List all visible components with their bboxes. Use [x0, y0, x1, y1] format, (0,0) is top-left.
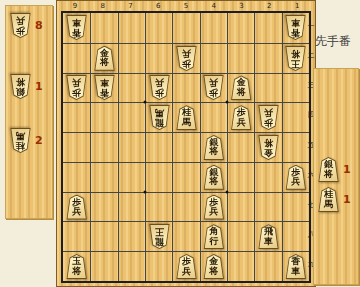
hoshi-point: [226, 101, 229, 104]
board-square-4-2[interactable]: [200, 43, 227, 73]
koma-face: 金将: [232, 76, 251, 99]
hand-count: 2: [35, 135, 43, 147]
board-square-1-5[interactable]: [282, 132, 309, 162]
koma-outline: 金将: [94, 46, 115, 71]
board-square-2-4[interactable]: 歩兵: [254, 102, 281, 132]
koma-face: 歩兵: [177, 255, 196, 278]
board-square-3-7[interactable]: [227, 192, 254, 222]
hand-count: 8: [35, 20, 43, 32]
koma-outline: 歩兵: [203, 195, 224, 220]
koma-kanji: 銀: [16, 87, 25, 97]
koma-gote[interactable]: 金将: [258, 135, 279, 160]
file-label-5: 5: [172, 1, 200, 11]
file-label-3: 3: [228, 1, 256, 11]
board-square-5-2[interactable]: 歩兵: [172, 43, 199, 73]
koma-gote[interactable]: 歩兵: [10, 13, 31, 38]
koma-gote[interactable]: 歩兵: [203, 75, 224, 100]
koma-face: 金将: [204, 255, 223, 278]
koma-sente[interactable]: 銀将: [203, 165, 224, 190]
koma-sente[interactable]: 歩兵: [66, 195, 87, 220]
board-square-7-3[interactable]: [118, 73, 145, 103]
koma-outline: 歩兵: [176, 254, 197, 279]
koma-kanji: 車: [264, 237, 273, 247]
koma-sente[interactable]: 金将: [94, 46, 115, 71]
koma-outline: 香車: [94, 75, 115, 100]
koma-face: 桂馬: [319, 188, 338, 211]
gote-hand-2: 銀将1: [10, 74, 43, 99]
koma-kanji: 将: [16, 77, 25, 87]
koma-kanji: 将: [209, 147, 218, 157]
board-square-5-3[interactable]: [172, 73, 199, 103]
koma-outline: 歩兵: [149, 75, 170, 100]
board-square-6-9[interactable]: [145, 251, 172, 281]
board-square-1-8[interactable]: [282, 221, 309, 251]
koma-gote[interactable]: 龍馬: [149, 105, 170, 130]
koma-kanji: 龍: [155, 237, 164, 247]
koma-outline: 歩兵: [231, 105, 252, 130]
koma-outline: 銀将: [10, 74, 31, 99]
board-square-5-4[interactable]: 桂馬: [172, 102, 199, 132]
koma-kanji: 将: [72, 267, 81, 277]
koma-gote[interactable]: 香車: [66, 15, 87, 40]
board-square-3-2[interactable]: [227, 43, 254, 73]
board-square-5-1[interactable]: [172, 13, 199, 43]
board-square-8-2[interactable]: 金将: [90, 43, 117, 73]
koma-kanji: 車: [100, 78, 109, 88]
koma-gote[interactable]: 歩兵: [258, 105, 279, 130]
koma-kanji: 香: [291, 28, 300, 38]
board-square-5-9[interactable]: 歩兵: [172, 251, 199, 281]
koma-kanji: 歩: [209, 88, 218, 98]
board-square-8-3[interactable]: 香車: [90, 73, 117, 103]
koma-kanji: 馬: [155, 108, 164, 118]
hoshi-point: [144, 101, 147, 104]
koma-sente[interactable]: 飛車: [258, 224, 279, 249]
turn-indicator: 先手番: [315, 33, 360, 50]
koma-sente[interactable]: 桂馬: [318, 187, 339, 212]
koma-face: 龍馬: [150, 106, 169, 129]
koma-kanji: 行: [209, 237, 218, 247]
koma-kanji: 歩: [155, 88, 164, 98]
board-square-3-8[interactable]: [227, 221, 254, 251]
koma-kanji: 兵: [155, 78, 164, 88]
koma-sente[interactable]: 角行: [203, 224, 224, 249]
board-square-3-4[interactable]: 歩兵: [227, 102, 254, 132]
board-square-5-6[interactable]: [172, 162, 199, 192]
board-square-1-3[interactable]: [282, 73, 309, 103]
koma-face: 龍王: [150, 225, 169, 248]
koma-kanji: 馬: [16, 131, 25, 141]
hand-count: 1: [343, 164, 351, 176]
board-square-9-8[interactable]: [63, 221, 90, 251]
board-square-5-7[interactable]: [172, 192, 199, 222]
koma-kanji: 馬: [324, 200, 333, 210]
koma-sente[interactable]: 銀将: [318, 157, 339, 182]
koma-face: 金将: [259, 136, 278, 159]
koma-kanji: 歩: [16, 26, 25, 36]
koma-outline: 銀将: [203, 165, 224, 190]
board-square-8-6[interactable]: [90, 162, 117, 192]
koma-face: 香車: [286, 255, 305, 278]
shogi-board: 987654321 香車香車金将歩兵王将歩兵香車歩兵歩兵金将龍馬桂馬歩兵歩兵銀将…: [56, 0, 316, 287]
board-square-7-1[interactable]: [118, 13, 145, 43]
koma-sente[interactable]: 歩兵: [176, 254, 197, 279]
koma-face: 歩兵: [67, 76, 86, 99]
koma-kanji: 兵: [16, 16, 25, 26]
koma-face: 歩兵: [11, 14, 30, 37]
board-square-9-4[interactable]: [63, 102, 90, 132]
board-square-4-7[interactable]: 歩兵: [200, 192, 227, 222]
koma-sente[interactable]: 桂馬: [176, 105, 197, 130]
koma-face: 角行: [204, 225, 223, 248]
board-square-3-9[interactable]: [227, 251, 254, 281]
koma-kanji: 兵: [72, 78, 81, 88]
koma-kanji: 車: [291, 267, 300, 277]
board-square-1-2[interactable]: 王将: [282, 43, 309, 73]
koma-kanji: 馬: [182, 118, 191, 128]
board-square-9-1[interactable]: 香車: [63, 13, 90, 43]
koma-outline: 歩兵: [203, 75, 224, 100]
koma-face: 玉将: [67, 255, 86, 278]
koma-kanji: 兵: [209, 78, 218, 88]
koma-face: 歩兵: [67, 196, 86, 219]
board-square-6-7[interactable]: [145, 192, 172, 222]
rank-label-2: 二: [307, 41, 315, 71]
koma-outline: 銀将: [203, 135, 224, 160]
koma-face: 銀将: [204, 166, 223, 189]
koma-outline: 金将: [203, 254, 224, 279]
board-square-1-9[interactable]: 香車: [282, 251, 309, 281]
board-square-6-8[interactable]: 龍王: [145, 221, 172, 251]
koma-outline: 桂馬: [318, 187, 339, 212]
board-square-2-8[interactable]: 飛車: [254, 221, 281, 251]
koma-kanji: 桂: [16, 141, 25, 151]
koma-outline: 銀将: [318, 157, 339, 182]
koma-outline: 角行: [203, 224, 224, 249]
koma-kanji: 兵: [72, 207, 81, 217]
board-square-6-5[interactable]: [145, 132, 172, 162]
board-square-4-9[interactable]: 金将: [200, 251, 227, 281]
koma-kanji: 兵: [264, 108, 273, 118]
koma-kanji: 将: [237, 88, 246, 98]
koma-gote[interactable]: 王将: [285, 46, 306, 71]
board-square-3-3[interactable]: 金将: [227, 73, 254, 103]
koma-kanji: 兵: [182, 267, 191, 277]
board-square-7-7[interactable]: [118, 192, 145, 222]
koma-face: 香車: [286, 16, 305, 39]
koma-outline: 王将: [285, 46, 306, 71]
koma-kanji: 兵: [209, 207, 218, 217]
koma-gote[interactable]: 歩兵: [176, 46, 197, 71]
file-label-9: 9: [61, 1, 89, 11]
koma-outline: 歩兵: [285, 165, 306, 190]
gote-hand-1: 歩兵8: [10, 13, 43, 38]
board-square-7-6[interactable]: [118, 162, 145, 192]
board-square-4-4[interactable]: [200, 102, 227, 132]
board-square-1-1[interactable]: 香車: [282, 13, 309, 43]
sente-captured-tray: 銀将1桂馬1: [313, 68, 359, 285]
board-square-7-2[interactable]: [118, 43, 145, 73]
koma-gote[interactable]: 銀将: [10, 74, 31, 99]
koma-face: 銀将: [204, 136, 223, 159]
board-square-4-5[interactable]: 銀将: [200, 132, 227, 162]
board-square-7-5[interactable]: [118, 132, 145, 162]
koma-kanji: 香: [100, 88, 109, 98]
koma-outline: 歩兵: [176, 46, 197, 71]
file-label-2: 2: [255, 1, 283, 11]
koma-face: 桂馬: [11, 129, 30, 152]
board-square-9-6[interactable]: [63, 162, 90, 192]
koma-sente[interactable]: 玉将: [66, 254, 87, 279]
board-square-4-1[interactable]: [200, 13, 227, 43]
koma-outline: 歩兵: [10, 13, 31, 38]
board-square-2-6[interactable]: [254, 162, 281, 192]
board-square-7-8[interactable]: [118, 221, 145, 251]
koma-kanji: 兵: [182, 49, 191, 59]
koma-sente[interactable]: 歩兵: [231, 105, 252, 130]
koma-outline: 飛車: [258, 224, 279, 249]
board-square-8-9[interactable]: [90, 251, 117, 281]
koma-outline: 香車: [285, 254, 306, 279]
board-square-2-3[interactable]: [254, 73, 281, 103]
koma-face: 王将: [286, 47, 305, 70]
board-square-8-1[interactable]: [90, 13, 117, 43]
koma-kanji: 兵: [291, 177, 300, 187]
koma-kanji: 王: [291, 58, 300, 68]
board-square-3-5[interactable]: [227, 132, 254, 162]
koma-face: 歩兵: [150, 76, 169, 99]
koma-kanji: 車: [291, 18, 300, 28]
board-square-9-3[interactable]: 歩兵: [63, 73, 90, 103]
board-square-4-8[interactable]: 角行: [200, 221, 227, 251]
koma-kanji: 車: [72, 18, 81, 28]
board-square-9-5[interactable]: [63, 132, 90, 162]
board-square-1-6[interactable]: 歩兵: [282, 162, 309, 192]
file-label-7: 7: [117, 1, 145, 11]
koma-face: 歩兵: [232, 106, 251, 129]
board-square-8-7[interactable]: [90, 192, 117, 222]
sente-hand-2: 桂馬1: [318, 187, 351, 212]
koma-kanji: 歩: [264, 118, 273, 128]
board-square-8-8[interactable]: [90, 221, 117, 251]
board-square-4-3[interactable]: 歩兵: [200, 73, 227, 103]
koma-outline: 金将: [231, 75, 252, 100]
board-grid: 香車香車金将歩兵王将歩兵香車歩兵歩兵金将龍馬桂馬歩兵歩兵銀将金将銀将歩兵歩兵歩兵…: [61, 11, 311, 283]
file-label-6: 6: [144, 1, 172, 11]
koma-outline: 香車: [285, 15, 306, 40]
koma-kanji: 歩: [182, 58, 191, 68]
file-label-1: 1: [283, 1, 311, 11]
file-label-4: 4: [200, 1, 228, 11]
board-square-9-2[interactable]: [63, 43, 90, 73]
koma-sente[interactable]: 金将: [203, 254, 224, 279]
board-square-2-2[interactable]: [254, 43, 281, 73]
board-square-3-1[interactable]: [227, 13, 254, 43]
gote-hand-3: 桂馬2: [10, 128, 43, 153]
board-square-2-7[interactable]: [254, 192, 281, 222]
koma-outline: 歩兵: [66, 195, 87, 220]
koma-kanji: 兵: [237, 118, 246, 128]
board-square-6-4[interactable]: 龍馬: [145, 102, 172, 132]
koma-kanji: 王: [155, 227, 164, 237]
koma-kanji: 歩: [72, 88, 81, 98]
koma-outline: 玉将: [66, 254, 87, 279]
koma-kanji: 金: [264, 147, 273, 157]
hoshi-point: [144, 190, 147, 193]
board-square-6-1[interactable]: [145, 13, 172, 43]
koma-face: 銀将: [11, 75, 30, 98]
koma-kanji: 将: [209, 267, 218, 277]
koma-face: 香車: [95, 76, 114, 99]
board-square-4-6[interactable]: 銀将: [200, 162, 227, 192]
koma-face: 香車: [67, 16, 86, 39]
board-square-5-5[interactable]: [172, 132, 199, 162]
board-square-2-5[interactable]: 金将: [254, 132, 281, 162]
board-square-1-7[interactable]: [282, 192, 309, 222]
koma-face: 歩兵: [204, 76, 223, 99]
hand-count: 1: [35, 81, 43, 93]
koma-face: 金将: [95, 47, 114, 70]
koma-kanji: 香: [72, 28, 81, 38]
file-number-labels: 987654321: [61, 1, 311, 11]
koma-kanji: 将: [209, 177, 218, 187]
koma-outline: 香車: [66, 15, 87, 40]
koma-gote[interactable]: 歩兵: [149, 75, 170, 100]
board-square-5-8[interactable]: [172, 221, 199, 251]
board-square-8-5[interactable]: [90, 132, 117, 162]
koma-gote[interactable]: 香車: [285, 15, 306, 40]
koma-kanji: 将: [291, 49, 300, 59]
koma-sente[interactable]: 香車: [285, 254, 306, 279]
board-square-9-7[interactable]: 歩兵: [63, 192, 90, 222]
koma-outline: 歩兵: [66, 75, 87, 100]
koma-face: 歩兵: [259, 106, 278, 129]
board-square-6-3[interactable]: 歩兵: [145, 73, 172, 103]
koma-gote[interactable]: 龍王: [149, 224, 170, 249]
shogi-app: 歩兵8銀将1桂馬2 987654321 香車香車金将歩兵王将歩兵香車歩兵歩兵金将…: [0, 0, 360, 287]
koma-kanji: 将: [264, 138, 273, 148]
koma-kanji: 龍: [155, 118, 164, 128]
koma-outline: 桂馬: [176, 105, 197, 130]
board-square-2-9[interactable]: [254, 251, 281, 281]
board-square-3-6[interactable]: [227, 162, 254, 192]
gote-captured-tray: 歩兵8銀将1桂馬2: [5, 5, 53, 219]
board-square-6-6[interactable]: [145, 162, 172, 192]
board-square-8-4[interactable]: [90, 102, 117, 132]
koma-face: 歩兵: [204, 196, 223, 219]
koma-outline: 歩兵: [258, 105, 279, 130]
koma-sente[interactable]: 銀将: [203, 135, 224, 160]
rank-label-1: 一: [307, 11, 315, 41]
koma-gote[interactable]: 歩兵: [66, 75, 87, 100]
koma-outline: 金将: [258, 135, 279, 160]
koma-outline: 桂馬: [10, 128, 31, 153]
koma-kanji: 将: [324, 170, 333, 180]
board-square-9-9[interactable]: 玉将: [63, 251, 90, 281]
koma-outline: 龍王: [149, 224, 170, 249]
koma-gote[interactable]: 香車: [94, 75, 115, 100]
board-square-7-4[interactable]: [118, 102, 145, 132]
koma-face: 銀将: [319, 158, 338, 181]
hand-count: 1: [343, 194, 351, 206]
koma-face: 桂馬: [177, 106, 196, 129]
board-square-1-4[interactable]: [282, 102, 309, 132]
koma-sente[interactable]: 歩兵: [285, 165, 306, 190]
koma-sente[interactable]: 歩兵: [203, 195, 224, 220]
koma-face: 歩兵: [286, 166, 305, 189]
board-square-7-9[interactable]: [118, 251, 145, 281]
file-label-8: 8: [89, 1, 117, 11]
koma-gote[interactable]: 桂馬: [10, 128, 31, 153]
koma-face: 飛車: [259, 225, 278, 248]
board-square-2-1[interactable]: [254, 13, 281, 43]
board-square-6-2[interactable]: [145, 43, 172, 73]
hoshi-point: [226, 190, 229, 193]
koma-kanji: 将: [100, 58, 109, 68]
sente-hand-1: 銀将1: [318, 157, 351, 182]
koma-sente[interactable]: 金将: [231, 75, 252, 100]
koma-face: 歩兵: [177, 47, 196, 70]
koma-outline: 龍馬: [149, 105, 170, 130]
